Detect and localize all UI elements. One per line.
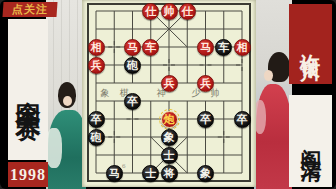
piece-兵[interactable]: 兵	[161, 75, 178, 92]
background-figure-left	[46, 0, 86, 189]
piece-马[interactable]: 马	[124, 39, 141, 56]
piece-士[interactable]: 士	[161, 147, 178, 164]
player-top-banner: 许银川	[289, 4, 332, 84]
piece-砲[interactable]: 砲	[124, 57, 141, 74]
piece-相[interactable]: 相	[234, 39, 251, 56]
background-figure-right	[254, 0, 292, 189]
player-bottom-name: 阎文清	[300, 132, 321, 150]
piece-卒[interactable]: 卒	[197, 111, 214, 128]
piece-砲[interactable]: 砲	[88, 129, 105, 146]
xiangqi-board: 象棋神少帅 仕帅仕相马车马车相兵砲兵兵卒卒炮卒卒砲象士马士将象 6	[82, 0, 256, 187]
piece-马[interactable]: 马	[106, 165, 123, 182]
event-title-banner: 全国个人赛	[8, 19, 48, 160]
piece-象[interactable]: 象	[197, 165, 214, 182]
piece-仕[interactable]: 仕	[179, 3, 196, 20]
piece-象[interactable]: 象	[161, 129, 178, 146]
player-bottom-banner: 阎文清	[289, 95, 332, 187]
piece-兵[interactable]: 兵	[197, 75, 214, 92]
piece-将[interactable]: 将	[161, 165, 178, 182]
video-thumbnail: 点关注 全国个人赛 1998 许银川 阎文清 象棋神少帅 仕帅仕相马车马车相兵砲…	[0, 0, 336, 189]
piece-仕[interactable]: 仕	[142, 3, 159, 20]
tiny-watermark: 6	[122, 162, 126, 170]
left-figure-face	[63, 96, 72, 106]
piece-车[interactable]: 车	[215, 39, 232, 56]
piece-车[interactable]: 车	[142, 39, 159, 56]
piece-帅[interactable]: 帅	[161, 3, 178, 20]
left-figure-sleeve	[46, 128, 62, 168]
year-label: 1998	[10, 166, 46, 184]
follow-badge[interactable]: 点关注	[2, 2, 57, 17]
player-top-name: 许银川	[301, 38, 321, 50]
piece-马[interactable]: 马	[197, 39, 214, 56]
piece-士[interactable]: 士	[142, 165, 159, 182]
piece-炮[interactable]: 炮	[161, 111, 178, 128]
piece-兵[interactable]: 兵	[88, 57, 105, 74]
piece-卒[interactable]: 卒	[124, 93, 141, 110]
piece-卒[interactable]: 卒	[88, 111, 105, 128]
river-watermark-char: 象	[101, 87, 110, 100]
piece-卒[interactable]: 卒	[234, 111, 251, 128]
right-figure-face	[264, 70, 273, 81]
follow-label: 点关注	[11, 2, 48, 17]
event-title: 全国个人赛	[16, 82, 41, 97]
year-badge: 1998	[8, 162, 48, 187]
piece-相[interactable]: 相	[88, 39, 105, 56]
